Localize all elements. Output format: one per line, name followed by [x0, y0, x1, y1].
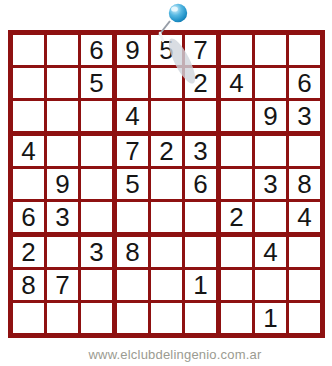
cell-r4c5[interactable]: 2 — [148, 131, 182, 166]
cell-r8c9[interactable] — [286, 267, 320, 300]
cell-r8c2[interactable]: 7 — [44, 267, 78, 300]
cell-r3c3[interactable] — [78, 98, 112, 131]
cell-r9c6[interactable] — [182, 300, 216, 333]
cell-r9c4[interactable] — [112, 300, 148, 333]
cell-r2c8[interactable] — [252, 65, 286, 98]
cell-r7c6[interactable] — [182, 232, 216, 267]
cell-r3c9[interactable]: 3 — [286, 98, 320, 131]
cell-r5c5[interactable] — [148, 166, 182, 199]
cell-r4c2[interactable] — [44, 131, 78, 166]
cell-r8c5[interactable] — [148, 267, 182, 300]
cell-r2c3[interactable]: 5 — [78, 65, 112, 98]
cell-r9c3[interactable] — [78, 300, 112, 333]
cell-r5c6[interactable]: 6 — [182, 166, 216, 199]
cell-r6c1[interactable]: 6 — [13, 199, 44, 232]
cell-r6c7[interactable]: 2 — [216, 199, 252, 232]
cell-r4c7[interactable] — [216, 131, 252, 166]
cell-r1c9[interactable] — [286, 35, 320, 65]
cell-r9c1[interactable] — [13, 300, 44, 333]
pin-head — [169, 4, 187, 22]
cell-r2c4[interactable] — [112, 65, 148, 98]
cell-r9c8[interactable]: 1 — [252, 300, 286, 333]
cell-r1c3[interactable]: 6 — [78, 35, 112, 65]
cell-r2c5[interactable] — [148, 65, 182, 98]
cell-r4c6[interactable]: 3 — [182, 131, 216, 166]
cell-r7c3[interactable]: 3 — [78, 232, 112, 267]
cell-r7c4[interactable]: 8 — [112, 232, 148, 267]
cell-r8c4[interactable] — [112, 267, 148, 300]
cell-r2c2[interactable] — [44, 65, 78, 98]
cell-r2c6[interactable]: 2 — [182, 65, 216, 98]
cell-r1c6[interactable]: 7 — [182, 35, 216, 65]
cell-r8c1[interactable]: 8 — [13, 267, 44, 300]
cell-r6c9[interactable]: 4 — [286, 199, 320, 232]
pin-head-highlight — [171, 6, 178, 11]
sudoku-puzzle-image: 69575246493472395638632423848711 www.elc… — [0, 0, 332, 366]
cell-r3c2[interactable] — [44, 98, 78, 131]
cell-r3c7[interactable] — [216, 98, 252, 131]
cell-r5c1[interactable] — [13, 166, 44, 199]
cell-r9c5[interactable] — [148, 300, 182, 333]
cell-r5c7[interactable] — [216, 166, 252, 199]
cell-r1c2[interactable] — [44, 35, 78, 65]
cell-r7c2[interactable] — [44, 232, 78, 267]
cell-r1c8[interactable] — [252, 35, 286, 65]
cell-r8c8[interactable] — [252, 267, 286, 300]
cell-r1c5[interactable]: 5 — [148, 35, 182, 65]
cell-r6c4[interactable] — [112, 199, 148, 232]
cell-r6c5[interactable] — [148, 199, 182, 232]
cell-r5c9[interactable]: 8 — [286, 166, 320, 199]
sudoku-board: 69575246493472395638632423848711 — [8, 30, 325, 338]
cell-r7c9[interactable] — [286, 232, 320, 267]
cell-r6c2[interactable]: 3 — [44, 199, 78, 232]
cell-r3c6[interactable] — [182, 98, 216, 131]
cell-r7c1[interactable]: 2 — [13, 232, 44, 267]
cell-r5c8[interactable]: 3 — [252, 166, 286, 199]
cell-r4c1[interactable]: 4 — [13, 131, 44, 166]
cell-r5c4[interactable]: 5 — [112, 166, 148, 199]
cell-r8c7[interactable] — [216, 267, 252, 300]
cell-r1c4[interactable]: 9 — [112, 35, 148, 65]
cell-r2c1[interactable] — [13, 65, 44, 98]
cell-r8c3[interactable] — [78, 267, 112, 300]
cell-r5c3[interactable] — [78, 166, 112, 199]
cell-r9c2[interactable] — [44, 300, 78, 333]
cell-r9c7[interactable] — [216, 300, 252, 333]
cell-r6c6[interactable] — [182, 199, 216, 232]
cell-r4c3[interactable] — [78, 131, 112, 166]
cell-r7c8[interactable]: 4 — [252, 232, 286, 267]
cell-r1c1[interactable] — [13, 35, 44, 65]
cell-r8c6[interactable]: 1 — [182, 267, 216, 300]
cell-r3c1[interactable] — [13, 98, 44, 131]
cell-r1c7[interactable] — [216, 35, 252, 65]
cell-r6c3[interactable] — [78, 199, 112, 232]
cell-r9c9[interactable] — [286, 300, 320, 333]
cell-r7c5[interactable] — [148, 232, 182, 267]
cell-r3c5[interactable] — [148, 98, 182, 131]
cell-r4c9[interactable] — [286, 131, 320, 166]
cell-r6c8[interactable] — [252, 199, 286, 232]
cell-r7c7[interactable] — [216, 232, 252, 267]
cell-r2c7[interactable]: 4 — [216, 65, 252, 98]
cell-r3c8[interactable]: 9 — [252, 98, 286, 131]
cell-r5c2[interactable]: 9 — [44, 166, 78, 199]
cell-r4c4[interactable]: 7 — [112, 131, 148, 166]
cell-r4c8[interactable] — [252, 131, 286, 166]
watermark: www.elclubdelingenio.com.ar — [9, 347, 332, 362]
cell-r3c4[interactable]: 4 — [112, 98, 148, 131]
cell-r2c9[interactable]: 6 — [286, 65, 320, 98]
